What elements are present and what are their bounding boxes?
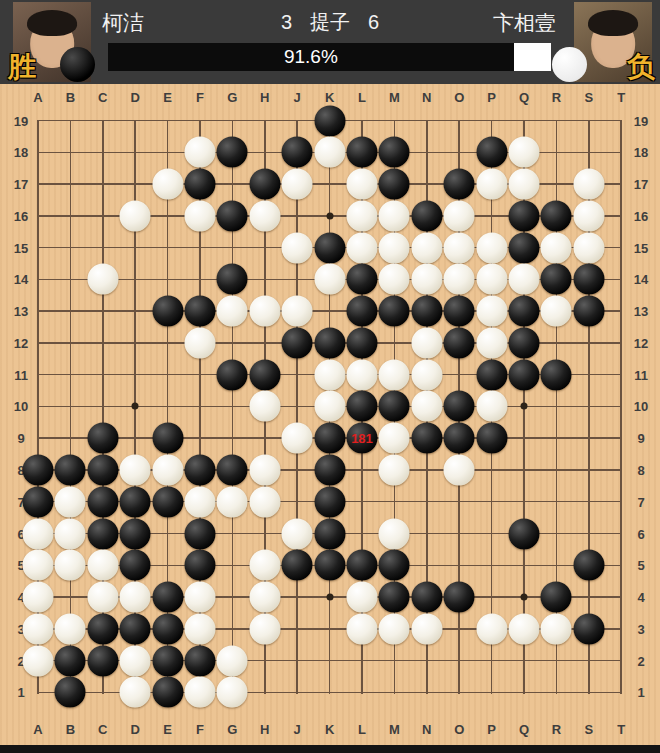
stone-white <box>476 327 507 358</box>
coord-label-bottom: Q <box>519 722 529 737</box>
coord-label-bottom: B <box>66 722 75 737</box>
stone-white <box>379 200 410 231</box>
stone-white <box>509 137 540 168</box>
coord-label-right: 18 <box>634 145 648 160</box>
star-point <box>132 403 139 410</box>
stone-white <box>541 613 572 644</box>
stone-white <box>411 264 442 295</box>
stone-white <box>23 582 54 613</box>
stone-white <box>411 327 442 358</box>
stone-white <box>411 613 442 644</box>
stone-black <box>444 582 475 613</box>
coord-label-right: 6 <box>637 526 644 541</box>
bottom-bar <box>0 745 660 753</box>
coord-label-left: 14 <box>14 272 28 287</box>
stone-black <box>509 296 540 327</box>
stone-white <box>23 518 54 549</box>
black-captures-count: 3 <box>281 11 292 33</box>
app-window: 胜 柯洁 3提子6 卞相壹 91.6% 负 AA1919BB1818CC1717… <box>0 0 660 753</box>
stone-black <box>347 264 378 295</box>
coord-label-bottom: R <box>552 722 561 737</box>
coord-label-right: 16 <box>634 208 648 223</box>
stone-black <box>541 359 572 390</box>
stone-black <box>379 169 410 200</box>
coord-label-bottom: F <box>196 722 204 737</box>
stone-black <box>152 677 183 708</box>
stone-white <box>217 296 248 327</box>
coord-label-left: 17 <box>14 177 28 192</box>
stone-white <box>249 550 280 581</box>
stone-white <box>476 232 507 263</box>
go-board[interactable]: AA1919BB1818CC1717DD1616EE1515FF1414GG13… <box>0 84 660 745</box>
coord-label-top: Q <box>519 90 529 105</box>
stone-black <box>314 327 345 358</box>
stone-white <box>379 454 410 485</box>
stone-black <box>444 391 475 422</box>
stone-black <box>23 486 54 517</box>
captures-label: 提子 <box>310 11 350 33</box>
coord-label-top: J <box>294 90 301 105</box>
stone-black <box>444 296 475 327</box>
coord-label-left: 12 <box>14 335 28 350</box>
coord-label-right: 7 <box>637 494 644 509</box>
stone-white <box>476 169 507 200</box>
win-rate-bar: 91.6% <box>108 43 551 71</box>
stone-black <box>87 454 118 485</box>
stone-black <box>444 169 475 200</box>
coord-label-left: 10 <box>14 399 28 414</box>
stone-white <box>379 613 410 644</box>
stone-white <box>509 613 540 644</box>
stone-black <box>152 296 183 327</box>
stone-white <box>249 391 280 422</box>
stone-black <box>282 327 313 358</box>
star-point <box>521 594 528 601</box>
stone-black <box>55 454 86 485</box>
captures-info: 3提子6 <box>0 9 660 36</box>
stone-black <box>411 582 442 613</box>
stone-white <box>55 550 86 581</box>
coord-label-top: G <box>227 90 237 105</box>
stone-white <box>282 518 313 549</box>
coord-label-right: 8 <box>637 462 644 477</box>
stone-black <box>87 486 118 517</box>
stone-white <box>23 550 54 581</box>
header: 胜 柯洁 3提子6 卞相壹 91.6% 负 <box>0 0 660 84</box>
stone-white <box>120 454 151 485</box>
stone-black <box>509 327 540 358</box>
stone-white <box>185 677 216 708</box>
stone-white <box>476 264 507 295</box>
stone-white <box>541 296 572 327</box>
coord-label-right: 5 <box>637 558 644 573</box>
coord-label-bottom: H <box>260 722 269 737</box>
coord-label-bottom: J <box>294 722 301 737</box>
coord-label-right: 4 <box>637 590 644 605</box>
stone-white <box>249 486 280 517</box>
stone-white <box>573 232 604 263</box>
stone-white <box>509 169 540 200</box>
stone-white <box>444 200 475 231</box>
coord-label-right: 2 <box>637 653 644 668</box>
coord-label-bottom: E <box>163 722 172 737</box>
stone-black <box>152 645 183 676</box>
stone-black <box>217 454 248 485</box>
stone-white <box>23 613 54 644</box>
stone-black <box>314 454 345 485</box>
coord-label-right: 1 <box>637 685 644 700</box>
black-stone-icon <box>60 47 95 82</box>
coord-label-right: 13 <box>634 304 648 319</box>
stone-black <box>541 582 572 613</box>
stone-black <box>509 232 540 263</box>
coord-label-top: C <box>98 90 107 105</box>
stone-white <box>476 391 507 422</box>
coord-label-bottom: C <box>98 722 107 737</box>
coord-label-top: D <box>130 90 139 105</box>
stone-black <box>185 169 216 200</box>
stone-black <box>249 169 280 200</box>
stone-black <box>509 518 540 549</box>
stone-white <box>541 232 572 263</box>
coord-label-left: 15 <box>14 240 28 255</box>
stone-black <box>347 327 378 358</box>
stone-white <box>185 327 216 358</box>
stone-black <box>347 296 378 327</box>
coord-label-right: 12 <box>634 335 648 350</box>
stone-black <box>185 454 216 485</box>
coord-label-top: S <box>584 90 593 105</box>
coord-label-bottom: K <box>325 722 334 737</box>
stone-white <box>347 582 378 613</box>
coord-label-right: 19 <box>634 113 648 128</box>
stone-black <box>55 645 86 676</box>
stone-white <box>217 677 248 708</box>
stone-white <box>379 359 410 390</box>
stone-white <box>185 582 216 613</box>
white-captures-count: 6 <box>368 11 379 33</box>
stone-white <box>55 486 86 517</box>
coord-label-right: 17 <box>634 177 648 192</box>
coord-label-left: 11 <box>14 367 28 382</box>
stone-black <box>314 518 345 549</box>
stone-white <box>120 582 151 613</box>
stone-black <box>314 105 345 136</box>
stone-white <box>87 264 118 295</box>
stone-white <box>314 137 345 168</box>
coord-label-left: 1 <box>17 685 24 700</box>
stone-black <box>120 486 151 517</box>
stone-black <box>217 264 248 295</box>
stone-black <box>476 423 507 454</box>
stone-black <box>476 137 507 168</box>
stone-white <box>379 423 410 454</box>
stone-white <box>152 454 183 485</box>
white-stone-icon <box>552 47 587 82</box>
coord-label-left: 18 <box>14 145 28 160</box>
coord-label-top: F <box>196 90 204 105</box>
stone-black <box>411 423 442 454</box>
coord-label-left: 13 <box>14 304 28 319</box>
stone-white <box>314 391 345 422</box>
stone-black <box>217 359 248 390</box>
stone-black <box>347 391 378 422</box>
stone-black <box>541 264 572 295</box>
coord-label-bottom: L <box>358 722 366 737</box>
stone-black <box>509 359 540 390</box>
stone-white <box>379 232 410 263</box>
stone-white <box>509 264 540 295</box>
stone-black <box>444 327 475 358</box>
stone-black <box>185 296 216 327</box>
coord-label-bottom: M <box>389 722 400 737</box>
grid-line <box>296 121 298 694</box>
coord-label-right: 14 <box>634 272 648 287</box>
grid-line <box>620 121 622 694</box>
star-point <box>326 212 333 219</box>
coord-label-left: 9 <box>17 431 24 446</box>
stone-white <box>282 232 313 263</box>
loss-badge: 负 <box>627 48 655 86</box>
coord-label-top: H <box>260 90 269 105</box>
coord-label-right: 10 <box>634 399 648 414</box>
coord-label-bottom: O <box>454 722 464 737</box>
stone-black <box>120 613 151 644</box>
stone-black <box>23 454 54 485</box>
stone-white <box>379 518 410 549</box>
stone-white <box>282 423 313 454</box>
stone-white <box>217 645 248 676</box>
coord-label-bottom: T <box>617 722 625 737</box>
stone-black <box>541 200 572 231</box>
stone-white <box>411 391 442 422</box>
stone-white <box>282 296 313 327</box>
stone-white <box>411 232 442 263</box>
stone-black <box>476 359 507 390</box>
stone-black <box>152 582 183 613</box>
last-move-number: 181 <box>351 432 373 445</box>
stone-white <box>152 169 183 200</box>
stone-black <box>444 423 475 454</box>
stone-white <box>444 232 475 263</box>
stone-white <box>55 518 86 549</box>
stone-white <box>444 454 475 485</box>
stone-white <box>87 582 118 613</box>
stone-black <box>573 264 604 295</box>
stone-white <box>120 645 151 676</box>
stone-white <box>476 296 507 327</box>
stone-white <box>185 486 216 517</box>
stone-white <box>249 613 280 644</box>
stone-black <box>314 550 345 581</box>
stone-white <box>55 613 86 644</box>
stone-black <box>314 232 345 263</box>
star-point <box>326 594 333 601</box>
stone-white <box>249 200 280 231</box>
stone-black <box>379 137 410 168</box>
stone-black <box>55 677 86 708</box>
stone-white <box>314 359 345 390</box>
stone-black <box>282 550 313 581</box>
stone-black <box>314 423 345 454</box>
coord-label-top: E <box>163 90 172 105</box>
player-white-name: 卞相壹 <box>493 9 556 37</box>
coord-label-bottom: S <box>584 722 593 737</box>
coord-label-top: M <box>389 90 400 105</box>
stone-white <box>249 296 280 327</box>
stone-white <box>217 486 248 517</box>
win-rate-text: 91.6% <box>284 46 338 68</box>
stone-black <box>185 518 216 549</box>
coord-label-left: 16 <box>14 208 28 223</box>
coord-label-bottom: A <box>33 722 42 737</box>
stone-white <box>314 264 345 295</box>
star-point <box>521 403 528 410</box>
stone-black <box>152 613 183 644</box>
stone-black <box>217 137 248 168</box>
stone-white <box>476 613 507 644</box>
stone-black <box>573 296 604 327</box>
stone-white <box>347 359 378 390</box>
coord-label-top: O <box>454 90 464 105</box>
stone-black <box>217 200 248 231</box>
coord-label-top: K <box>325 90 334 105</box>
stone-black <box>87 518 118 549</box>
stone-white <box>573 169 604 200</box>
coord-label-bottom: P <box>487 722 496 737</box>
stone-black <box>120 518 151 549</box>
stone-white <box>411 359 442 390</box>
stone-white <box>87 550 118 581</box>
stone-black <box>249 359 280 390</box>
stone-black <box>411 296 442 327</box>
coord-label-top: P <box>487 90 496 105</box>
avatar-hair <box>588 10 638 36</box>
coord-label-top: A <box>33 90 42 105</box>
stone-white <box>379 264 410 295</box>
coord-label-right: 9 <box>637 431 644 446</box>
stone-black <box>347 137 378 168</box>
stone-white <box>185 137 216 168</box>
stone-white <box>249 582 280 613</box>
stone-black <box>185 550 216 581</box>
coord-label-top: L <box>358 90 366 105</box>
stone-black <box>282 137 313 168</box>
stone-black <box>152 423 183 454</box>
coord-label-top: R <box>552 90 561 105</box>
stone-black <box>379 296 410 327</box>
stone-white <box>573 200 604 231</box>
stone-white <box>444 264 475 295</box>
coord-label-bottom: D <box>130 722 139 737</box>
stone-black <box>87 423 118 454</box>
stone-white <box>347 200 378 231</box>
stone-black <box>509 200 540 231</box>
stone-black <box>573 613 604 644</box>
coord-label-bottom: N <box>422 722 431 737</box>
stone-black <box>87 613 118 644</box>
stone-white <box>120 200 151 231</box>
stone-black <box>314 486 345 517</box>
coord-label-top: B <box>66 90 75 105</box>
stone-white <box>185 613 216 644</box>
win-badge: 胜 <box>8 48 36 86</box>
grid-line <box>70 121 72 694</box>
win-rate-black-fill: 91.6% <box>108 43 514 71</box>
stone-black <box>185 645 216 676</box>
stone-black <box>379 391 410 422</box>
stone-black <box>347 550 378 581</box>
stone-black: 181 <box>347 423 378 454</box>
coord-label-left: 19 <box>14 113 28 128</box>
stone-black <box>379 582 410 613</box>
coord-label-right: 15 <box>634 240 648 255</box>
stone-black <box>379 550 410 581</box>
stone-white <box>185 200 216 231</box>
stone-white <box>249 454 280 485</box>
coord-label-right: 11 <box>634 367 648 382</box>
stone-white <box>282 169 313 200</box>
stone-black <box>87 645 118 676</box>
stone-black <box>152 486 183 517</box>
coord-label-bottom: G <box>227 722 237 737</box>
coord-label-top: T <box>617 90 625 105</box>
stone-white <box>347 169 378 200</box>
stone-black <box>573 550 604 581</box>
stone-white <box>347 613 378 644</box>
stone-black <box>120 550 151 581</box>
stone-white <box>120 677 151 708</box>
stone-white <box>347 232 378 263</box>
coord-label-right: 3 <box>637 621 644 636</box>
coord-label-top: N <box>422 90 431 105</box>
stone-black <box>411 200 442 231</box>
stone-white <box>23 645 54 676</box>
